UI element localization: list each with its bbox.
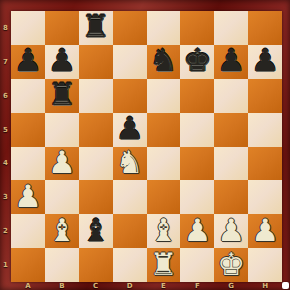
square-c8[interactable]: ♜: [79, 11, 113, 45]
file-label-c: C: [79, 281, 113, 290]
square-a2[interactable]: [11, 214, 45, 248]
file-label-g: G: [214, 281, 248, 290]
file-label-f: F: [180, 281, 214, 290]
square-g3[interactable]: [214, 180, 248, 214]
square-c3[interactable]: [79, 180, 113, 214]
piece-black-rook[interactable]: ♜: [82, 11, 110, 42]
square-g5[interactable]: [214, 113, 248, 147]
square-b4[interactable]: ♟: [45, 147, 79, 181]
square-d2[interactable]: [113, 214, 147, 248]
square-f2[interactable]: ♟: [180, 214, 214, 248]
square-a6[interactable]: [11, 79, 45, 113]
file-label-e: E: [147, 281, 181, 290]
square-h7[interactable]: ♟: [248, 45, 282, 79]
square-h5[interactable]: [248, 113, 282, 147]
square-g8[interactable]: [214, 11, 248, 45]
piece-white-knight[interactable]: ♞: [116, 147, 144, 178]
chess-board-frame: 87654321 ♜♟♟♞♚♟♟♜♟♟♞♟♝♝♝♟♟♟♜♚ ABCDEFGH: [0, 0, 290, 290]
rank-label-8: 8: [0, 11, 11, 45]
square-g6[interactable]: [214, 79, 248, 113]
square-a8[interactable]: [11, 11, 45, 45]
square-h4[interactable]: [248, 147, 282, 181]
piece-white-pawn[interactable]: ♟: [251, 215, 279, 246]
rank-label-5: 5: [0, 113, 11, 147]
square-c7[interactable]: [79, 45, 113, 79]
square-e1[interactable]: ♜: [147, 248, 181, 282]
square-e8[interactable]: [147, 11, 181, 45]
square-g2[interactable]: ♟: [214, 214, 248, 248]
piece-white-king[interactable]: ♚: [217, 249, 245, 280]
piece-white-bishop[interactable]: ♝: [150, 215, 178, 246]
file-label-b: B: [45, 281, 79, 290]
rank-label-7: 7: [0, 45, 11, 79]
rank-label-4: 4: [0, 147, 11, 181]
piece-black-rook[interactable]: ♜: [48, 79, 76, 110]
square-f8[interactable]: [180, 11, 214, 45]
rank-label-2: 2: [0, 214, 11, 248]
piece-black-king[interactable]: ♚: [183, 45, 211, 76]
square-f1[interactable]: [180, 248, 214, 282]
square-e4[interactable]: [147, 147, 181, 181]
square-c1[interactable]: [79, 248, 113, 282]
piece-black-pawn[interactable]: ♟: [14, 45, 42, 76]
square-d3[interactable]: [113, 180, 147, 214]
piece-white-bishop[interactable]: ♝: [48, 215, 76, 246]
square-e5[interactable]: [147, 113, 181, 147]
square-b3[interactable]: [45, 180, 79, 214]
square-f6[interactable]: [180, 79, 214, 113]
rank-labels: 87654321: [0, 11, 11, 282]
file-label-a: A: [11, 281, 45, 290]
square-h8[interactable]: [248, 11, 282, 45]
square-h6[interactable]: [248, 79, 282, 113]
file-labels: ABCDEFGH: [11, 281, 282, 290]
square-b7[interactable]: ♟: [45, 45, 79, 79]
square-c6[interactable]: [79, 79, 113, 113]
rank-label-3: 3: [0, 180, 11, 214]
piece-black-bishop[interactable]: ♝: [82, 215, 110, 246]
square-b2[interactable]: ♝: [45, 214, 79, 248]
piece-black-pawn[interactable]: ♟: [251, 45, 279, 76]
square-f3[interactable]: [180, 180, 214, 214]
rank-label-6: 6: [0, 79, 11, 113]
square-h1[interactable]: [248, 248, 282, 282]
square-g4[interactable]: [214, 147, 248, 181]
square-b8[interactable]: [45, 11, 79, 45]
file-label-d: D: [113, 281, 147, 290]
square-a7[interactable]: ♟: [11, 45, 45, 79]
square-e2[interactable]: ♝: [147, 214, 181, 248]
square-a4[interactable]: [11, 147, 45, 181]
square-h2[interactable]: ♟: [248, 214, 282, 248]
piece-black-knight[interactable]: ♞: [150, 45, 178, 76]
square-d1[interactable]: [113, 248, 147, 282]
square-f7[interactable]: ♚: [180, 45, 214, 79]
square-e3[interactable]: [147, 180, 181, 214]
square-a1[interactable]: [11, 248, 45, 282]
rank-label-1: 1: [0, 248, 11, 282]
square-d7[interactable]: [113, 45, 147, 79]
square-a3[interactable]: ♟: [11, 180, 45, 214]
square-d4[interactable]: ♞: [113, 147, 147, 181]
square-f4[interactable]: [180, 147, 214, 181]
square-e7[interactable]: ♞: [147, 45, 181, 79]
square-c4[interactable]: [79, 147, 113, 181]
piece-black-pawn[interactable]: ♟: [116, 113, 144, 144]
piece-white-pawn[interactable]: ♟: [183, 215, 211, 246]
square-g7[interactable]: ♟: [214, 45, 248, 79]
square-f5[interactable]: [180, 113, 214, 147]
square-g1[interactable]: ♚: [214, 248, 248, 282]
square-c5[interactable]: [79, 113, 113, 147]
square-h3[interactable]: [248, 180, 282, 214]
square-b5[interactable]: [45, 113, 79, 147]
file-label-h: H: [248, 281, 282, 290]
square-d6[interactable]: [113, 79, 147, 113]
piece-white-pawn[interactable]: ♟: [14, 181, 42, 212]
piece-black-pawn[interactable]: ♟: [217, 45, 245, 76]
square-a5[interactable]: [11, 113, 45, 147]
piece-black-pawn[interactable]: ♟: [48, 45, 76, 76]
square-b6[interactable]: ♜: [45, 79, 79, 113]
piece-white-pawn[interactable]: ♟: [217, 215, 245, 246]
square-d8[interactable]: [113, 11, 147, 45]
square-e6[interactable]: [147, 79, 181, 113]
square-c2[interactable]: ♝: [79, 214, 113, 248]
piece-white-pawn[interactable]: ♟: [48, 147, 76, 178]
chess-board[interactable]: ♜♟♟♞♚♟♟♜♟♟♞♟♝♝♝♟♟♟♜♚: [11, 11, 282, 282]
white-to-move-indicator: [282, 282, 289, 289]
square-d5[interactable]: ♟: [113, 113, 147, 147]
piece-white-rook[interactable]: ♜: [150, 249, 178, 280]
square-b1[interactable]: [45, 248, 79, 282]
